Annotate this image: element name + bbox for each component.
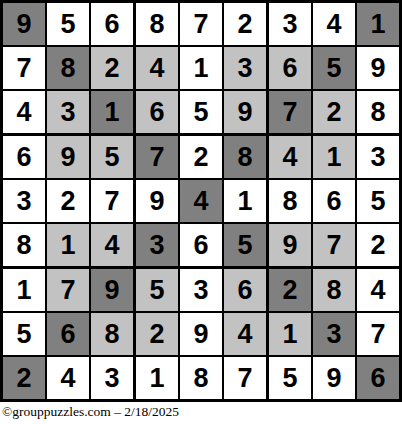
box-2-1: 695327814 — [3, 136, 133, 266]
cell-r3c4: 6 — [136, 91, 178, 133]
cell-r5c7: 8 — [269, 180, 311, 222]
cell-r9c6: 7 — [224, 357, 266, 399]
cell-r8c3: 8 — [91, 313, 133, 355]
cell-r7c7: 2 — [269, 269, 311, 311]
cell-r7c6: 6 — [224, 269, 266, 311]
cell-r3c7: 7 — [269, 91, 311, 133]
cell-r1c8: 4 — [313, 3, 355, 45]
cell-r4c2: 9 — [47, 136, 89, 178]
cell-r4c7: 4 — [269, 136, 311, 178]
cell-r2c7: 6 — [269, 47, 311, 89]
cell-r3c2: 3 — [47, 91, 89, 133]
cell-r7c3: 9 — [91, 269, 133, 311]
cell-r4c1: 6 — [3, 136, 45, 178]
cell-r7c2: 7 — [47, 269, 89, 311]
cell-r5c3: 7 — [91, 180, 133, 222]
cell-r6c7: 9 — [269, 224, 311, 266]
cell-r5c9: 5 — [357, 180, 399, 222]
cell-r8c9: 7 — [357, 313, 399, 355]
cell-r6c6: 5 — [224, 224, 266, 266]
box-2-3: 413865972 — [269, 136, 399, 266]
cell-r7c8: 8 — [313, 269, 355, 311]
cell-r5c8: 6 — [313, 180, 355, 222]
cell-r7c9: 4 — [357, 269, 399, 311]
cell-r8c2: 6 — [47, 313, 89, 355]
cell-r9c3: 3 — [91, 357, 133, 399]
cell-r2c4: 4 — [136, 47, 178, 89]
cell-r5c5: 4 — [180, 180, 222, 222]
cell-r1c4: 8 — [136, 3, 178, 45]
cell-r3c5: 5 — [180, 91, 222, 133]
cell-r8c4: 2 — [136, 313, 178, 355]
cell-r2c1: 7 — [3, 47, 45, 89]
box-3-3: 284137596 — [269, 269, 399, 399]
cell-r1c5: 7 — [180, 3, 222, 45]
cell-r5c1: 3 — [3, 180, 45, 222]
cell-r9c5: 8 — [180, 357, 222, 399]
cell-r6c4: 3 — [136, 224, 178, 266]
cell-r1c6: 2 — [224, 3, 266, 45]
cell-r3c3: 1 — [91, 91, 133, 133]
cell-r6c1: 8 — [3, 224, 45, 266]
cell-r2c5: 1 — [180, 47, 222, 89]
box-3-2: 536294187 — [136, 269, 266, 399]
cell-r2c3: 2 — [91, 47, 133, 89]
box-3-1: 179568243 — [3, 269, 133, 399]
sudoku-board: 9567824318724136593416597286953278147289… — [0, 0, 402, 402]
cell-r4c4: 7 — [136, 136, 178, 178]
cell-r3c1: 4 — [3, 91, 45, 133]
cell-r1c2: 5 — [47, 3, 89, 45]
cell-r9c4: 1 — [136, 357, 178, 399]
box-1-1: 956782431 — [3, 3, 133, 133]
cell-r6c5: 6 — [180, 224, 222, 266]
cell-r8c1: 5 — [3, 313, 45, 355]
box-1-3: 341659728 — [269, 3, 399, 133]
cell-r4c3: 5 — [91, 136, 133, 178]
cell-r9c2: 4 — [47, 357, 89, 399]
cell-r7c5: 3 — [180, 269, 222, 311]
cell-r9c9: 6 — [357, 357, 399, 399]
cell-r7c1: 1 — [3, 269, 45, 311]
cell-r8c6: 4 — [224, 313, 266, 355]
cell-r4c8: 1 — [313, 136, 355, 178]
cell-r5c4: 9 — [136, 180, 178, 222]
cell-r6c8: 7 — [313, 224, 355, 266]
cell-r2c8: 5 — [313, 47, 355, 89]
cell-r2c9: 9 — [357, 47, 399, 89]
cell-r2c2: 8 — [47, 47, 89, 89]
cell-r1c9: 1 — [357, 3, 399, 45]
cell-r2c6: 3 — [224, 47, 266, 89]
cell-r9c8: 9 — [313, 357, 355, 399]
cell-r5c2: 2 — [47, 180, 89, 222]
cell-r3c6: 9 — [224, 91, 266, 133]
cell-r6c3: 4 — [91, 224, 133, 266]
cell-r4c5: 2 — [180, 136, 222, 178]
cell-r4c6: 8 — [224, 136, 266, 178]
box-1-2: 872413659 — [136, 3, 266, 133]
cell-r8c7: 1 — [269, 313, 311, 355]
cell-r1c7: 3 — [269, 3, 311, 45]
cell-r3c9: 8 — [357, 91, 399, 133]
cell-r5c6: 1 — [224, 180, 266, 222]
page: 9567824318724136593416597286953278147289… — [0, 0, 402, 424]
copyright-footer: ©grouppuzzles.com – 2/18/2025 — [2, 404, 179, 420]
cell-r6c2: 1 — [47, 224, 89, 266]
cell-r8c5: 9 — [180, 313, 222, 355]
cell-r8c8: 3 — [313, 313, 355, 355]
cell-r7c4: 5 — [136, 269, 178, 311]
cell-r1c3: 6 — [91, 3, 133, 45]
cell-r6c9: 2 — [357, 224, 399, 266]
cell-r4c9: 3 — [357, 136, 399, 178]
cell-r9c7: 5 — [269, 357, 311, 399]
cell-r3c8: 2 — [313, 91, 355, 133]
box-2-2: 728941365 — [136, 136, 266, 266]
cell-r9c1: 2 — [3, 357, 45, 399]
cell-r1c1: 9 — [3, 3, 45, 45]
